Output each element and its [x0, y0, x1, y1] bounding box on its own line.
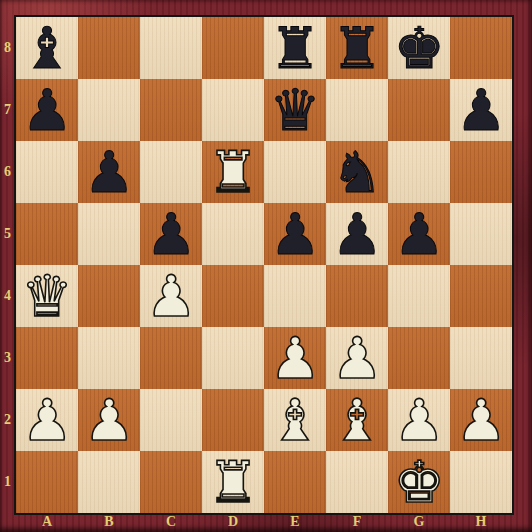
file-label-d: D: [202, 513, 264, 530]
black-pawn[interactable]: ♟: [393, 204, 444, 264]
white-pawn[interactable]: ♟: [393, 390, 444, 450]
black-pawn[interactable]: ♟: [455, 80, 506, 140]
square-d7[interactable]: [202, 79, 264, 141]
square-g6[interactable]: [388, 141, 450, 203]
square-g2[interactable]: ♟: [388, 389, 450, 451]
black-rook[interactable]: ♜: [269, 18, 320, 78]
black-pawn[interactable]: ♟: [269, 204, 320, 264]
white-rook[interactable]: ♜: [207, 142, 258, 202]
rank-label-5: 5: [0, 225, 15, 243]
square-c2[interactable]: [140, 389, 202, 451]
square-d3[interactable]: [202, 327, 264, 389]
file-label-c: C: [140, 513, 202, 530]
black-pawn[interactable]: ♟: [145, 204, 196, 264]
square-b8[interactable]: [78, 17, 140, 79]
square-c8[interactable]: [140, 17, 202, 79]
square-h6[interactable]: [450, 141, 512, 203]
rank-label-4: 4: [0, 287, 15, 305]
square-h4[interactable]: [450, 265, 512, 327]
square-g8[interactable]: ♚: [388, 17, 450, 79]
square-f2[interactable]: ♝: [326, 389, 388, 451]
square-e7[interactable]: ♛: [264, 79, 326, 141]
file-label-e: E: [264, 513, 326, 530]
black-bishop[interactable]: ♝: [21, 18, 72, 78]
rank-label-3: 3: [0, 349, 15, 367]
square-g5[interactable]: ♟: [388, 203, 450, 265]
chessboard: ♝♜♜♚♟♛♟♟♜♞♟♟♟♟♛♟♟♟♟♟♝♝♟♟♜♚: [14, 15, 514, 515]
square-g7[interactable]: [388, 79, 450, 141]
square-d4[interactable]: [202, 265, 264, 327]
square-a3[interactable]: [16, 327, 78, 389]
rank-label-1: 1: [0, 473, 15, 491]
file-label-h: H: [450, 513, 512, 530]
square-g3[interactable]: [388, 327, 450, 389]
square-e6[interactable]: [264, 141, 326, 203]
white-pawn[interactable]: ♟: [145, 266, 196, 326]
white-king[interactable]: ♚: [393, 452, 444, 512]
square-h5[interactable]: [450, 203, 512, 265]
square-d5[interactable]: [202, 203, 264, 265]
square-f7[interactable]: [326, 79, 388, 141]
white-rook[interactable]: ♜: [207, 452, 258, 512]
square-a8[interactable]: ♝: [16, 17, 78, 79]
square-b3[interactable]: [78, 327, 140, 389]
square-b4[interactable]: [78, 265, 140, 327]
white-pawn[interactable]: ♟: [269, 328, 320, 388]
black-pawn[interactable]: ♟: [83, 142, 134, 202]
square-c1[interactable]: [140, 451, 202, 513]
square-c4[interactable]: ♟: [140, 265, 202, 327]
square-f4[interactable]: [326, 265, 388, 327]
square-e8[interactable]: ♜: [264, 17, 326, 79]
white-bishop[interactable]: ♝: [331, 390, 382, 450]
square-e2[interactable]: ♝: [264, 389, 326, 451]
square-h8[interactable]: [450, 17, 512, 79]
square-b6[interactable]: ♟: [78, 141, 140, 203]
white-pawn[interactable]: ♟: [21, 390, 72, 450]
square-e1[interactable]: [264, 451, 326, 513]
square-f3[interactable]: ♟: [326, 327, 388, 389]
square-e3[interactable]: ♟: [264, 327, 326, 389]
square-d6[interactable]: ♜: [202, 141, 264, 203]
square-h7[interactable]: ♟: [450, 79, 512, 141]
square-h1[interactable]: [450, 451, 512, 513]
square-c5[interactable]: ♟: [140, 203, 202, 265]
square-a1[interactable]: [16, 451, 78, 513]
rank-label-6: 6: [0, 163, 15, 181]
square-g1[interactable]: ♚: [388, 451, 450, 513]
square-c7[interactable]: [140, 79, 202, 141]
black-queen[interactable]: ♛: [269, 80, 320, 140]
square-f1[interactable]: [326, 451, 388, 513]
square-f5[interactable]: ♟: [326, 203, 388, 265]
square-h2[interactable]: ♟: [450, 389, 512, 451]
white-bishop[interactable]: ♝: [269, 390, 320, 450]
black-pawn[interactable]: ♟: [21, 80, 72, 140]
square-d2[interactable]: [202, 389, 264, 451]
chessboard-frame: ♝♜♜♚♟♛♟♟♜♞♟♟♟♟♛♟♟♟♟♟♝♝♟♟♜♚ 87654321ABCDE…: [0, 0, 532, 532]
black-pawn[interactable]: ♟: [331, 204, 382, 264]
rank-label-2: 2: [0, 411, 15, 429]
square-d8[interactable]: [202, 17, 264, 79]
square-a2[interactable]: ♟: [16, 389, 78, 451]
square-a6[interactable]: [16, 141, 78, 203]
square-b7[interactable]: [78, 79, 140, 141]
square-b2[interactable]: ♟: [78, 389, 140, 451]
square-f6[interactable]: ♞: [326, 141, 388, 203]
square-b5[interactable]: [78, 203, 140, 265]
black-knight[interactable]: ♞: [331, 142, 382, 202]
file-label-b: B: [78, 513, 140, 530]
file-label-a: A: [16, 513, 78, 530]
white-pawn[interactable]: ♟: [455, 390, 506, 450]
square-g4[interactable]: [388, 265, 450, 327]
square-f8[interactable]: ♜: [326, 17, 388, 79]
square-a4[interactable]: ♛: [16, 265, 78, 327]
square-a5[interactable]: [16, 203, 78, 265]
square-h3[interactable]: [450, 327, 512, 389]
square-e4[interactable]: [264, 265, 326, 327]
square-c6[interactable]: [140, 141, 202, 203]
rank-label-7: 7: [0, 101, 15, 119]
black-king[interactable]: ♚: [393, 18, 444, 78]
square-e5[interactable]: ♟: [264, 203, 326, 265]
square-c3[interactable]: [140, 327, 202, 389]
rank-label-8: 8: [0, 39, 15, 57]
file-label-f: F: [326, 513, 388, 530]
file-label-g: G: [388, 513, 450, 530]
square-b1[interactable]: [78, 451, 140, 513]
white-queen[interactable]: ♛: [21, 266, 72, 326]
white-pawn[interactable]: ♟: [83, 390, 134, 450]
black-rook[interactable]: ♜: [331, 18, 382, 78]
square-d1[interactable]: ♜: [202, 451, 264, 513]
square-a7[interactable]: ♟: [16, 79, 78, 141]
white-pawn[interactable]: ♟: [331, 328, 382, 388]
